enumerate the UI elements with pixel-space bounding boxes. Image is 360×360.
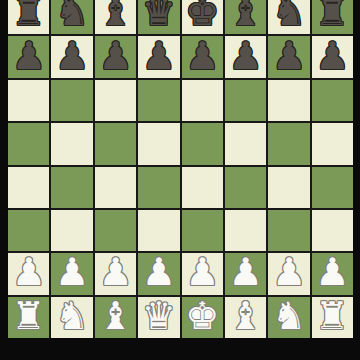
- square-e6[interactable]: [182, 80, 223, 121]
- piece-black-pawn[interactable]: ♟: [142, 36, 176, 77]
- square-h1[interactable]: ♜: [312, 297, 353, 338]
- square-c5[interactable]: [95, 123, 136, 164]
- chess-board: ♜♞♝♛♚♝♞♜♟♟♟♟♟♟♟♟♟♟♟♟♟♟♟♟♜♞♝♛♚♝♞♜: [8, 0, 353, 338]
- square-a4[interactable]: [8, 167, 49, 208]
- square-f8[interactable]: ♝: [225, 0, 266, 34]
- piece-white-pawn[interactable]: ♟: [142, 252, 176, 293]
- piece-white-rook[interactable]: ♜: [12, 296, 46, 337]
- square-h5[interactable]: [312, 123, 353, 164]
- square-c1[interactable]: ♝: [95, 297, 136, 338]
- square-g6[interactable]: [268, 80, 309, 121]
- square-c6[interactable]: [95, 80, 136, 121]
- square-h2[interactable]: ♟: [312, 253, 353, 294]
- piece-white-queen[interactable]: ♛: [142, 296, 176, 337]
- square-a7[interactable]: ♟: [8, 36, 49, 77]
- square-e2[interactable]: ♟: [182, 253, 223, 294]
- square-g5[interactable]: [268, 123, 309, 164]
- piece-white-pawn[interactable]: ♟: [55, 252, 89, 293]
- piece-white-pawn[interactable]: ♟: [315, 252, 349, 293]
- square-d7[interactable]: ♟: [138, 36, 179, 77]
- piece-black-pawn[interactable]: ♟: [315, 36, 349, 77]
- square-d1[interactable]: ♛: [138, 297, 179, 338]
- square-h4[interactable]: [312, 167, 353, 208]
- square-h8[interactable]: ♜: [312, 0, 353, 34]
- square-b1[interactable]: ♞: [51, 297, 92, 338]
- piece-black-knight[interactable]: ♞: [272, 0, 306, 33]
- square-f2[interactable]: ♟: [225, 253, 266, 294]
- square-f7[interactable]: ♟: [225, 36, 266, 77]
- piece-white-rook[interactable]: ♜: [315, 296, 349, 337]
- piece-black-bishop[interactable]: ♝: [98, 0, 132, 33]
- square-d3[interactable]: [138, 210, 179, 251]
- square-a8[interactable]: ♜: [8, 0, 49, 34]
- piece-white-pawn[interactable]: ♟: [185, 252, 219, 293]
- square-a2[interactable]: ♟: [8, 253, 49, 294]
- square-c7[interactable]: ♟: [95, 36, 136, 77]
- piece-black-pawn[interactable]: ♟: [272, 36, 306, 77]
- square-f3[interactable]: [225, 210, 266, 251]
- square-c4[interactable]: [95, 167, 136, 208]
- square-d4[interactable]: [138, 167, 179, 208]
- square-e5[interactable]: [182, 123, 223, 164]
- piece-white-pawn[interactable]: ♟: [98, 252, 132, 293]
- square-g8[interactable]: ♞: [268, 0, 309, 34]
- square-g3[interactable]: [268, 210, 309, 251]
- square-g1[interactable]: ♞: [268, 297, 309, 338]
- square-g2[interactable]: ♟: [268, 253, 309, 294]
- square-f1[interactable]: ♝: [225, 297, 266, 338]
- square-b6[interactable]: [51, 80, 92, 121]
- square-e3[interactable]: [182, 210, 223, 251]
- square-f5[interactable]: [225, 123, 266, 164]
- square-e8[interactable]: ♚: [182, 0, 223, 34]
- piece-black-rook[interactable]: ♜: [12, 0, 46, 33]
- square-h7[interactable]: ♟: [312, 36, 353, 77]
- square-d2[interactable]: ♟: [138, 253, 179, 294]
- piece-white-pawn[interactable]: ♟: [272, 252, 306, 293]
- piece-white-knight[interactable]: ♞: [55, 296, 89, 337]
- square-c8[interactable]: ♝: [95, 0, 136, 34]
- square-g4[interactable]: [268, 167, 309, 208]
- piece-black-rook[interactable]: ♜: [315, 0, 349, 33]
- square-a6[interactable]: [8, 80, 49, 121]
- piece-black-pawn[interactable]: ♟: [185, 36, 219, 77]
- piece-white-pawn[interactable]: ♟: [12, 252, 46, 293]
- square-b4[interactable]: [51, 167, 92, 208]
- square-a1[interactable]: ♜: [8, 297, 49, 338]
- piece-black-pawn[interactable]: ♟: [98, 36, 132, 77]
- square-e1[interactable]: ♚: [182, 297, 223, 338]
- square-a3[interactable]: [8, 210, 49, 251]
- piece-white-pawn[interactable]: ♟: [229, 252, 263, 293]
- square-f6[interactable]: [225, 80, 266, 121]
- piece-white-knight[interactable]: ♞: [272, 296, 306, 337]
- square-e4[interactable]: [182, 167, 223, 208]
- piece-white-bishop[interactable]: ♝: [229, 296, 263, 337]
- square-c3[interactable]: [95, 210, 136, 251]
- square-c2[interactable]: ♟: [95, 253, 136, 294]
- square-f4[interactable]: [225, 167, 266, 208]
- piece-black-pawn[interactable]: ♟: [12, 36, 46, 77]
- square-b2[interactable]: ♟: [51, 253, 92, 294]
- square-a5[interactable]: [8, 123, 49, 164]
- square-g7[interactable]: ♟: [268, 36, 309, 77]
- piece-black-bishop[interactable]: ♝: [229, 0, 263, 33]
- square-d6[interactable]: [138, 80, 179, 121]
- piece-black-knight[interactable]: ♞: [55, 0, 89, 33]
- square-e7[interactable]: ♟: [182, 36, 223, 77]
- piece-black-pawn[interactable]: ♟: [229, 36, 263, 77]
- piece-black-king[interactable]: ♚: [185, 0, 219, 33]
- piece-black-queen[interactable]: ♛: [142, 0, 176, 33]
- square-d5[interactable]: [138, 123, 179, 164]
- square-d8[interactable]: ♛: [138, 0, 179, 34]
- square-b7[interactable]: ♟: [51, 36, 92, 77]
- piece-black-pawn[interactable]: ♟: [55, 36, 89, 77]
- square-b8[interactable]: ♞: [51, 0, 92, 34]
- square-b5[interactable]: [51, 123, 92, 164]
- piece-white-bishop[interactable]: ♝: [98, 296, 132, 337]
- square-h3[interactable]: [312, 210, 353, 251]
- photo-background: ♜♞♝♛♚♝♞♜♟♟♟♟♟♟♟♟♟♟♟♟♟♟♟♟♜♞♝♛♚♝♞♜: [0, 0, 360, 360]
- piece-white-king[interactable]: ♚: [185, 296, 219, 337]
- square-b3[interactable]: [51, 210, 92, 251]
- square-h6[interactable]: [312, 80, 353, 121]
